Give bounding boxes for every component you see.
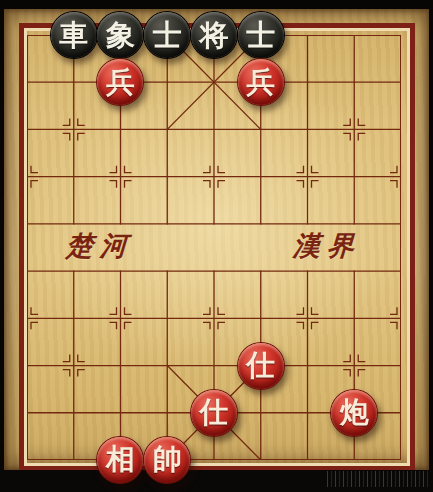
board-point[interactable] (50, 200, 97, 247)
board-point[interactable] (237, 295, 284, 342)
board-point[interactable] (97, 247, 144, 294)
board-point[interactable] (191, 106, 238, 153)
board-point[interactable] (378, 106, 425, 153)
board-point[interactable] (4, 106, 51, 153)
board-point[interactable] (237, 436, 284, 483)
piece-red-general[interactable]: 帥 (144, 437, 190, 483)
board-point[interactable] (378, 295, 425, 342)
board-point[interactable] (191, 295, 238, 342)
board-point[interactable] (97, 153, 144, 200)
board-point[interactable]: 兵 (237, 59, 284, 106)
board-point[interactable] (237, 153, 284, 200)
board-point[interactable]: 相 (97, 436, 144, 483)
board-point[interactable] (4, 59, 51, 106)
board-point[interactable] (4, 247, 51, 294)
board-point[interactable]: 車 (50, 11, 97, 58)
board-point[interactable] (331, 247, 378, 294)
board-point[interactable] (191, 153, 238, 200)
board-point[interactable] (144, 59, 191, 106)
board-point[interactable] (50, 295, 97, 342)
board-point[interactable] (50, 389, 97, 436)
board-point[interactable] (50, 247, 97, 294)
board-point[interactable]: 仕 (237, 342, 284, 389)
board-point[interactable] (237, 247, 284, 294)
board-point[interactable]: 士 (144, 11, 191, 58)
board-point[interactable] (4, 200, 51, 247)
board-point[interactable] (50, 436, 97, 483)
board-point[interactable] (97, 295, 144, 342)
board-point[interactable] (50, 59, 97, 106)
board-point[interactable]: 炮 (331, 389, 378, 436)
board-point[interactable] (50, 342, 97, 389)
board-point[interactable] (284, 342, 331, 389)
piece-black-elephant[interactable]: 象 (97, 12, 143, 58)
board-point[interactable]: 士 (237, 11, 284, 58)
board-point[interactable] (331, 153, 378, 200)
piece-black-advisor[interactable]: 士 (238, 12, 284, 58)
board-point[interactable] (237, 389, 284, 436)
board-point[interactable] (144, 295, 191, 342)
board-point[interactable] (378, 389, 425, 436)
board-point[interactable] (284, 295, 331, 342)
piece-red-soldier[interactable]: 兵 (97, 59, 143, 105)
board-point[interactable] (284, 59, 331, 106)
board-point[interactable]: 将 (191, 11, 238, 58)
board-point[interactable] (331, 11, 378, 58)
board-point[interactable] (191, 200, 238, 247)
board-point[interactable] (331, 342, 378, 389)
board-point[interactable] (144, 247, 191, 294)
board-point[interactable] (97, 200, 144, 247)
board-point[interactable] (50, 106, 97, 153)
piece-red-cannon[interactable]: 炮 (331, 390, 377, 436)
board-point[interactable] (97, 106, 144, 153)
piece-black-advisor[interactable]: 士 (144, 12, 190, 58)
board-point[interactable] (331, 200, 378, 247)
board-point[interactable] (97, 389, 144, 436)
board-point[interactable] (97, 342, 144, 389)
board-point[interactable] (191, 247, 238, 294)
piece-black-general[interactable]: 将 (191, 12, 237, 58)
board-point[interactable] (331, 436, 378, 483)
board-point[interactable] (284, 11, 331, 58)
board-point[interactable] (378, 247, 425, 294)
board-point[interactable] (284, 153, 331, 200)
board-point[interactable] (378, 342, 425, 389)
board-point[interactable] (4, 436, 51, 483)
board-point[interactable] (144, 200, 191, 247)
board-point[interactable] (331, 59, 378, 106)
letterbox-top (0, 0, 433, 9)
board-point[interactable] (378, 11, 425, 58)
piece-red-advisor[interactable]: 仕 (191, 390, 237, 436)
board-point[interactable] (191, 342, 238, 389)
board-point[interactable] (191, 59, 238, 106)
board-point[interactable] (237, 106, 284, 153)
board-point[interactable] (378, 200, 425, 247)
board-point[interactable] (378, 153, 425, 200)
board-point[interactable] (4, 11, 51, 58)
board-point[interactable] (378, 436, 425, 483)
board-point[interactable] (144, 389, 191, 436)
piece-black-chariot[interactable]: 車 (51, 12, 97, 58)
board-point[interactable] (144, 106, 191, 153)
piece-red-soldier[interactable]: 兵 (238, 59, 284, 105)
board-point[interactable] (284, 436, 331, 483)
board-point[interactable] (144, 342, 191, 389)
board-point[interactable] (4, 295, 51, 342)
pieces-grid: 車象士将士兵兵仕仕炮相帥 (4, 11, 425, 483)
piece-red-elephant[interactable]: 相 (97, 437, 143, 483)
board-point[interactable] (284, 200, 331, 247)
board-point[interactable] (284, 106, 331, 153)
board-point[interactable] (237, 200, 284, 247)
board-point[interactable] (144, 153, 191, 200)
board-point[interactable]: 仕 (191, 389, 238, 436)
xiangqi-board-screen: 楚河 漢界 車象士将士兵兵仕仕炮相帥 (0, 0, 433, 492)
board-point[interactable] (4, 153, 51, 200)
board-point[interactable] (191, 436, 238, 483)
board-point[interactable] (331, 106, 378, 153)
board-point[interactable] (331, 295, 378, 342)
board-point[interactable] (50, 153, 97, 200)
board-point[interactable] (4, 389, 51, 436)
board-point[interactable] (4, 342, 51, 389)
board-point[interactable] (378, 59, 425, 106)
board-point[interactable]: 兵 (97, 59, 144, 106)
board-point[interactable] (284, 389, 331, 436)
board-point[interactable]: 象 (97, 11, 144, 58)
piece-red-advisor[interactable]: 仕 (238, 343, 284, 389)
board-point[interactable] (284, 247, 331, 294)
board-point[interactable]: 帥 (144, 436, 191, 483)
